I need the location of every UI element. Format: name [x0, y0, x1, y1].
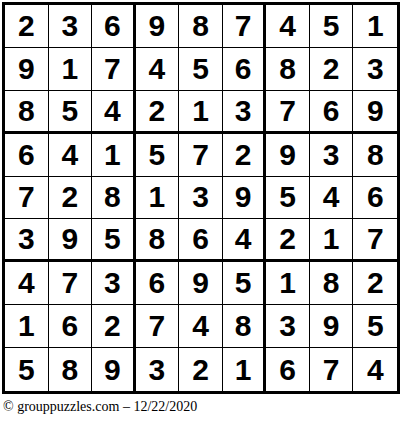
cell-r8c4: 7 [136, 305, 180, 348]
cell-r9c1: 5 [5, 348, 49, 391]
cell-r4c4: 5 [136, 134, 180, 177]
cell-r2c2: 1 [49, 48, 93, 91]
cell-r4c9: 8 [353, 134, 397, 177]
cell-r4c3: 1 [92, 134, 136, 177]
cell-r2c6: 6 [223, 48, 267, 91]
cell-r5c4: 1 [136, 177, 180, 220]
cell-r1c2: 3 [49, 5, 93, 48]
cell-r6c3: 5 [92, 219, 136, 262]
cell-r3c3: 4 [92, 91, 136, 134]
cell-r2c9: 3 [353, 48, 397, 91]
cell-r5c8: 4 [310, 177, 354, 220]
cell-r1c1: 2 [5, 5, 49, 48]
cell-r4c5: 7 [179, 134, 223, 177]
sudoku-board: 2369874519174568238542137696415729387281… [2, 2, 400, 394]
cell-r4c1: 6 [5, 134, 49, 177]
cell-r5c1: 7 [5, 177, 49, 220]
cell-r1c5: 8 [179, 5, 223, 48]
cell-r1c4: 9 [136, 5, 180, 48]
cell-r1c7: 4 [266, 5, 310, 48]
cell-r3c9: 9 [353, 91, 397, 134]
cell-r6c5: 6 [179, 219, 223, 262]
cell-r7c8: 8 [310, 262, 354, 305]
cell-r8c5: 4 [179, 305, 223, 348]
cell-r4c7: 9 [266, 134, 310, 177]
cell-r4c8: 3 [310, 134, 354, 177]
cell-r5c7: 5 [266, 177, 310, 220]
cell-r6c6: 4 [223, 219, 267, 262]
cell-r2c4: 4 [136, 48, 180, 91]
cell-r7c2: 7 [49, 262, 93, 305]
cell-r5c3: 8 [92, 177, 136, 220]
cell-r1c3: 6 [92, 5, 136, 48]
cell-r2c1: 9 [5, 48, 49, 91]
cell-r6c9: 7 [353, 219, 397, 262]
cell-r6c8: 1 [310, 219, 354, 262]
cell-r3c5: 1 [179, 91, 223, 134]
cell-r9c4: 3 [136, 348, 180, 391]
cell-r6c7: 2 [266, 219, 310, 262]
cell-r7c7: 1 [266, 262, 310, 305]
cell-r8c6: 8 [223, 305, 267, 348]
cell-r9c8: 7 [310, 348, 354, 391]
cell-r3c2: 5 [49, 91, 93, 134]
cell-r3c7: 7 [266, 91, 310, 134]
cell-r8c8: 9 [310, 305, 354, 348]
cell-r1c9: 1 [353, 5, 397, 48]
cell-r6c1: 3 [5, 219, 49, 262]
copyright-text: © grouppuzzles.com – 12/22/2020 [3, 399, 399, 415]
cell-r7c6: 5 [223, 262, 267, 305]
cell-r5c5: 3 [179, 177, 223, 220]
cell-r2c3: 7 [92, 48, 136, 91]
cell-r2c8: 2 [310, 48, 354, 91]
cell-r5c2: 2 [49, 177, 93, 220]
cell-r1c6: 7 [223, 5, 267, 48]
cell-r5c9: 6 [353, 177, 397, 220]
cell-r4c6: 2 [223, 134, 267, 177]
cell-r3c1: 8 [5, 91, 49, 134]
cell-r3c4: 2 [136, 91, 180, 134]
cell-r8c3: 2 [92, 305, 136, 348]
cell-r9c6: 1 [223, 348, 267, 391]
cell-r3c8: 6 [310, 91, 354, 134]
cell-r5c6: 9 [223, 177, 267, 220]
cell-r7c3: 3 [92, 262, 136, 305]
cell-r4c2: 4 [49, 134, 93, 177]
cell-r8c2: 6 [49, 305, 93, 348]
cell-r8c7: 3 [266, 305, 310, 348]
cell-r8c9: 5 [353, 305, 397, 348]
cell-r9c2: 8 [49, 348, 93, 391]
cell-r7c9: 2 [353, 262, 397, 305]
cell-r2c7: 8 [266, 48, 310, 91]
cell-r9c3: 9 [92, 348, 136, 391]
cell-r9c9: 4 [353, 348, 397, 391]
cell-r6c4: 8 [136, 219, 180, 262]
cell-r7c1: 4 [5, 262, 49, 305]
cell-r9c5: 2 [179, 348, 223, 391]
cell-r3c6: 3 [223, 91, 267, 134]
cell-r2c5: 5 [179, 48, 223, 91]
cell-r7c4: 6 [136, 262, 180, 305]
cell-r8c1: 1 [5, 305, 49, 348]
cell-r1c8: 5 [310, 5, 354, 48]
cell-r6c2: 9 [49, 219, 93, 262]
cell-r7c5: 9 [179, 262, 223, 305]
cell-r9c7: 6 [266, 348, 310, 391]
